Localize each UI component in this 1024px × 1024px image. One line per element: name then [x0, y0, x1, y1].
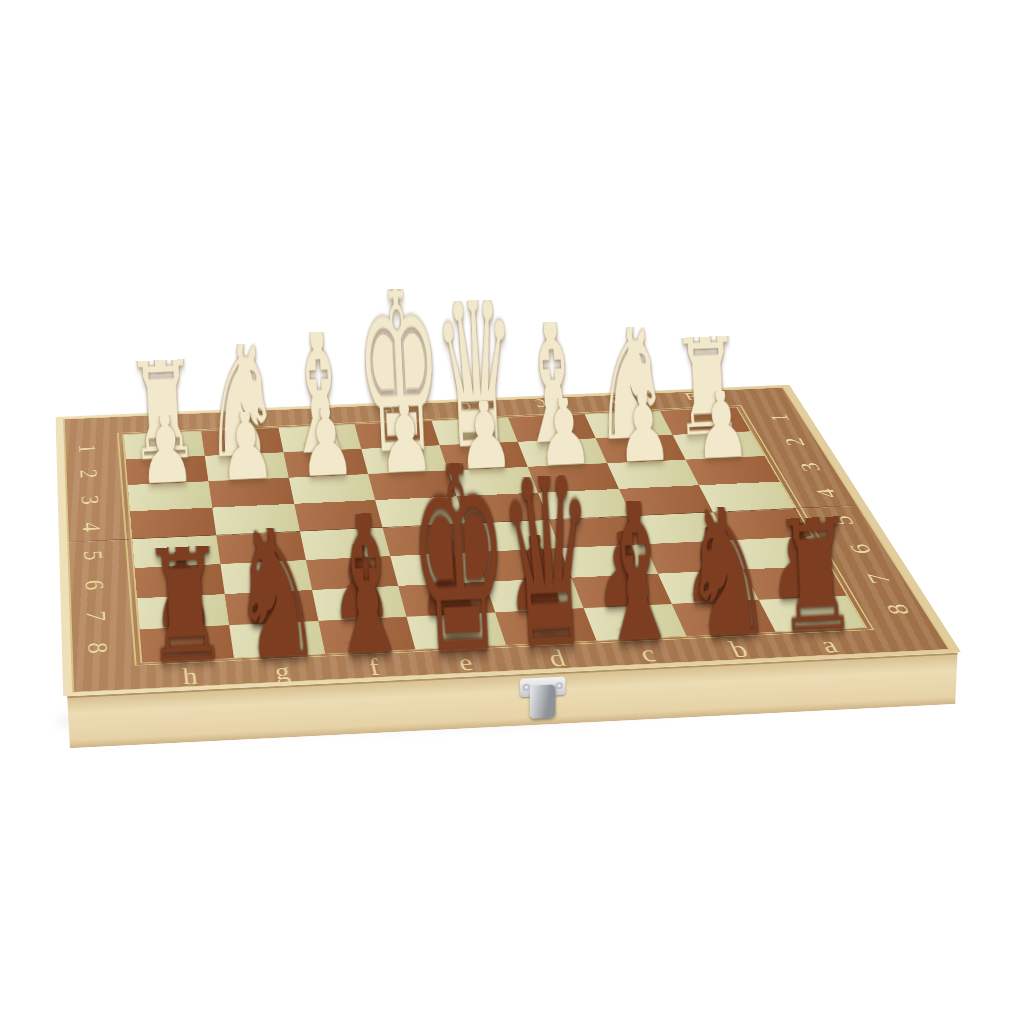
- coord-file-c: c: [596, 634, 702, 673]
- piece-black-bishop[interactable]: ♝: [317, 511, 414, 655]
- board-grid: ♜♞♝♚♛♝♞♜♟♟♟♟♟♟♟♟♟♟♟♟♟♟♟♟♜♞♝♚♛♝♞♜: [124, 408, 865, 663]
- coord-file-b: b: [685, 630, 793, 669]
- coord-file-top-e: e: [349, 398, 432, 426]
- piece-black-bishop[interactable]: ♝: [588, 499, 684, 643]
- piece-black-knight[interactable]: ♞: [678, 505, 774, 638]
- perspective-container: hgfedcba hgfedcba 12345678 12345678 ♜♞♝♚…: [43, 0, 967, 685]
- coord-file-top-h: h: [122, 408, 201, 436]
- coord-file-top-c: c: [499, 391, 585, 418]
- coord-file-d: d: [505, 639, 609, 679]
- square-g2[interactable]: ♟: [205, 452, 289, 481]
- coord-file-top-d: d: [424, 394, 509, 422]
- coord-file-a: a: [775, 626, 884, 665]
- piece-black-knight[interactable]: ♞: [227, 526, 324, 660]
- screw-icon: [555, 682, 562, 689]
- coord-rank-right-8: 8: [844, 591, 952, 628]
- coords-left: 12345678: [68, 436, 122, 666]
- clasp-hook: [530, 684, 556, 718]
- clasp-latch-icon: [520, 677, 566, 722]
- piece-black-king[interactable]: ♚: [406, 461, 505, 653]
- coord-rank-left-8: 8: [52, 629, 144, 668]
- coord-file-top-g: g: [198, 404, 279, 432]
- board-orientation-wrapper: hgfedcba hgfedcba 12345678 12345678 ♜♞♝♚…: [0, 0, 1024, 1024]
- piece-black-rook[interactable]: ♜: [137, 545, 234, 664]
- coord-file-top-f: f: [273, 401, 355, 429]
- piece-black-queen[interactable]: ♛: [497, 474, 595, 648]
- chess-board: hgfedcba hgfedcba 12345678 12345678 ♜♞♝♚…: [56, 385, 962, 697]
- screw-icon: [523, 684, 530, 691]
- coord-file-top-a: a: [648, 385, 736, 412]
- coord-file-top-b: b: [574, 388, 661, 415]
- product-photo-stage: hgfedcba hgfedcba 12345678 12345678 ♜♞♝♚…: [0, 0, 1024, 1024]
